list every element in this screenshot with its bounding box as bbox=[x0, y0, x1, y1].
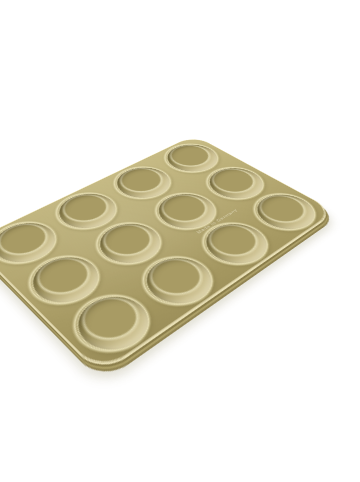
product-photo: Made in Germany bbox=[0, 0, 360, 482]
muffin-pan: Made in Germany bbox=[0, 135, 335, 374]
pan-scene: Made in Germany bbox=[6, 122, 308, 328]
